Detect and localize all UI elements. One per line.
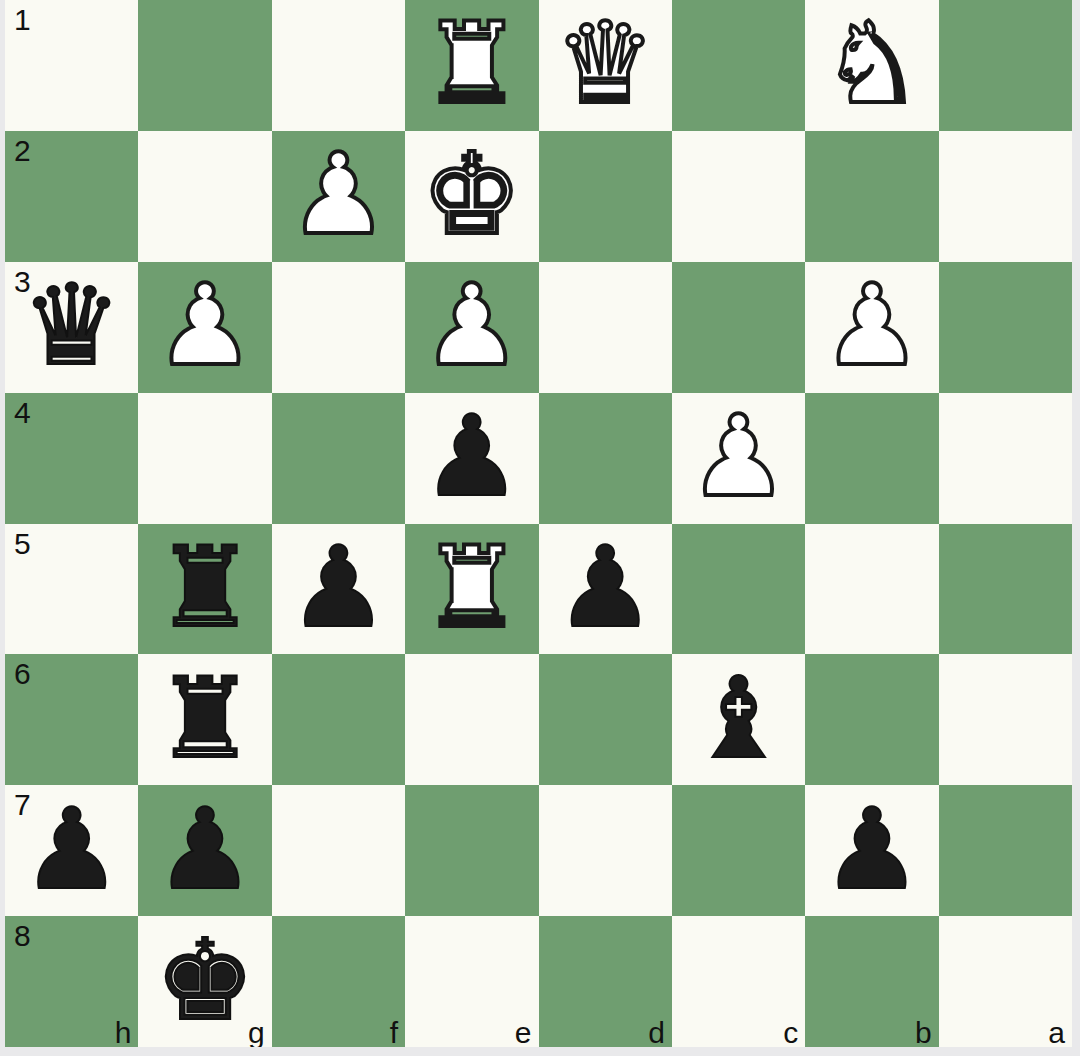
rank-label-4: 4 — [14, 396, 31, 429]
square-h5[interactable]: 5 — [5, 524, 138, 655]
square-g1[interactable] — [138, 0, 271, 131]
square-e8[interactable]: e — [405, 916, 538, 1047]
piece-white-rook-e5[interactable]: ♜ — [422, 531, 522, 643]
square-c7[interactable] — [672, 785, 805, 916]
square-a3[interactable] — [939, 262, 1072, 393]
square-c3[interactable] — [672, 262, 805, 393]
square-f5[interactable]: ♟ — [272, 524, 405, 655]
piece-black-rook-g6[interactable]: ♜ — [155, 662, 255, 774]
square-c6[interactable]: ♝ — [672, 654, 805, 785]
square-g3[interactable]: ♟ — [138, 262, 271, 393]
piece-white-pawn-f2[interactable]: ♟ — [288, 138, 388, 250]
square-f2[interactable]: ♟ — [272, 131, 405, 262]
square-h3[interactable]: 3♛ — [5, 262, 138, 393]
square-g6[interactable]: ♜ — [138, 654, 271, 785]
window-edge-right — [1072, 0, 1080, 1056]
file-label-e: e — [515, 1016, 532, 1049]
square-d5[interactable]: ♟ — [539, 524, 672, 655]
piece-black-queen-h3[interactable]: ♛ — [21, 269, 121, 381]
piece-white-queen-d1[interactable]: ♛ — [555, 7, 655, 119]
square-f7[interactable] — [272, 785, 405, 916]
square-d6[interactable] — [539, 654, 672, 785]
square-d1[interactable]: ♛ — [539, 0, 672, 131]
square-c4[interactable]: ♟ — [672, 393, 805, 524]
square-a6[interactable] — [939, 654, 1072, 785]
square-b4[interactable] — [805, 393, 938, 524]
square-c5[interactable] — [672, 524, 805, 655]
square-h1[interactable]: 1 — [5, 0, 138, 131]
square-b5[interactable] — [805, 524, 938, 655]
file-label-f: f — [390, 1016, 398, 1049]
file-label-b: b — [915, 1016, 932, 1049]
square-e1[interactable]: ♜ — [405, 0, 538, 131]
square-h8[interactable]: 8h — [5, 916, 138, 1047]
square-a1[interactable] — [939, 0, 1072, 131]
piece-black-pawn-f5[interactable]: ♟ — [288, 531, 388, 643]
square-a8[interactable]: a — [939, 916, 1072, 1047]
square-c1[interactable] — [672, 0, 805, 131]
square-g2[interactable] — [138, 131, 271, 262]
piece-black-pawn-b7[interactable]: ♟ — [822, 793, 922, 905]
file-label-c: c — [783, 1016, 798, 1049]
square-a5[interactable] — [939, 524, 1072, 655]
piece-white-pawn-e3[interactable]: ♟ — [422, 269, 522, 381]
square-f1[interactable] — [272, 0, 405, 131]
square-h4[interactable]: 4 — [5, 393, 138, 524]
square-a7[interactable] — [939, 785, 1072, 916]
file-label-d: d — [648, 1016, 665, 1049]
piece-black-bishop-c6[interactable]: ♝ — [688, 662, 788, 774]
rank-label-1: 1 — [14, 3, 31, 36]
square-d3[interactable] — [539, 262, 672, 393]
square-a4[interactable] — [939, 393, 1072, 524]
piece-white-knight-b1[interactable]: ♞ — [822, 7, 922, 119]
square-g8[interactable]: g♚ — [138, 916, 271, 1047]
square-f3[interactable] — [272, 262, 405, 393]
piece-black-pawn-d5[interactable]: ♟ — [555, 531, 655, 643]
piece-black-pawn-e4[interactable]: ♟ — [422, 400, 522, 512]
square-e4[interactable]: ♟ — [405, 393, 538, 524]
square-b6[interactable] — [805, 654, 938, 785]
piece-black-pawn-h7[interactable]: ♟ — [21, 793, 121, 905]
square-f6[interactable] — [272, 654, 405, 785]
square-e5[interactable]: ♜ — [405, 524, 538, 655]
piece-white-pawn-c4[interactable]: ♟ — [688, 400, 788, 512]
square-h6[interactable]: 6 — [5, 654, 138, 785]
square-a2[interactable] — [939, 131, 1072, 262]
square-e2[interactable]: ♚ — [405, 131, 538, 262]
file-label-h: h — [115, 1016, 132, 1049]
square-c2[interactable] — [672, 131, 805, 262]
piece-black-pawn-g7[interactable]: ♟ — [155, 793, 255, 905]
piece-white-rook-e1[interactable]: ♜ — [422, 7, 522, 119]
square-g4[interactable] — [138, 393, 271, 524]
square-h7[interactable]: 7♟ — [5, 785, 138, 916]
square-g7[interactable]: ♟ — [138, 785, 271, 916]
square-c8[interactable]: c — [672, 916, 805, 1047]
square-b8[interactable]: b — [805, 916, 938, 1047]
piece-black-king-g8[interactable]: ♚ — [155, 924, 255, 1036]
piece-black-rook-g5[interactable]: ♜ — [155, 531, 255, 643]
square-b7[interactable]: ♟ — [805, 785, 938, 916]
rank-label-2: 2 — [14, 134, 31, 167]
rank-label-8: 8 — [14, 919, 31, 952]
square-e3[interactable]: ♟ — [405, 262, 538, 393]
square-b3[interactable]: ♟ — [805, 262, 938, 393]
rank-label-6: 6 — [14, 657, 31, 690]
rank-label-5: 5 — [14, 527, 31, 560]
square-d2[interactable] — [539, 131, 672, 262]
square-b1[interactable]: ♞ — [805, 0, 938, 131]
window-edge-bottom — [0, 1047, 1080, 1056]
square-e6[interactable] — [405, 654, 538, 785]
piece-white-king-e2[interactable]: ♚ — [422, 138, 522, 250]
piece-white-pawn-b3[interactable]: ♟ — [822, 269, 922, 381]
chess-board: 1♜♛♞2♟♚3♛♟♟♟4♟♟5♜♟♜♟6♜♝7♟♟♟8hg♚fedcba — [5, 0, 1072, 1047]
square-e7[interactable] — [405, 785, 538, 916]
square-h2[interactable]: 2 — [5, 131, 138, 262]
square-d8[interactable]: d — [539, 916, 672, 1047]
square-b2[interactable] — [805, 131, 938, 262]
square-f8[interactable]: f — [272, 916, 405, 1047]
square-g5[interactable]: ♜ — [138, 524, 271, 655]
piece-white-pawn-g3[interactable]: ♟ — [155, 269, 255, 381]
square-d7[interactable] — [539, 785, 672, 916]
file-label-a: a — [1048, 1016, 1065, 1049]
square-f4[interactable] — [272, 393, 405, 524]
square-d4[interactable] — [539, 393, 672, 524]
